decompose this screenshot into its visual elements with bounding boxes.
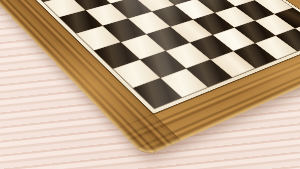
chessboard-3d bbox=[0, 0, 300, 157]
chessboard bbox=[0, 0, 300, 169]
table-surface bbox=[0, 0, 300, 169]
